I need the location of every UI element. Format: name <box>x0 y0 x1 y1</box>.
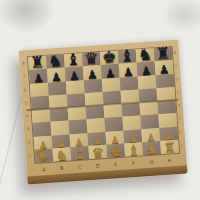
piece-wood-king-e1[interactable]: ♚ <box>109 144 123 159</box>
square-b4[interactable] <box>50 107 69 121</box>
square-c8[interactable]: ♝ <box>64 53 83 67</box>
square-f4[interactable] <box>121 102 140 116</box>
square-a4[interactable] <box>32 109 51 123</box>
square-e1[interactable]: ♚ <box>106 143 125 157</box>
square-f6[interactable] <box>120 76 139 90</box>
rank-label-6: 6 <box>22 83 29 97</box>
square-g8[interactable]: ♞ <box>136 48 155 62</box>
rank-label-2: 2 <box>25 136 32 150</box>
floor-smudge <box>0 0 66 42</box>
square-h8[interactable]: ♜ <box>154 47 173 61</box>
square-e8[interactable]: ♚ <box>100 51 119 65</box>
square-h4[interactable] <box>157 100 176 114</box>
square-c7[interactable]: ♟ <box>65 67 84 81</box>
square-g3[interactable] <box>140 114 159 128</box>
rank-label-3: 3 <box>176 112 183 126</box>
square-a6[interactable] <box>30 82 49 96</box>
square-g4[interactable] <box>139 101 158 115</box>
rank-label-1: 1 <box>178 138 185 152</box>
piece-wood-queen-d1[interactable]: ♛ <box>91 145 105 160</box>
square-d6[interactable] <box>84 79 103 93</box>
chess-board: ♜♞♝♛♚♝♞♜♟♟♟♟♟♟♟♟♟♟♟♟♟♟♟♟♜♞♝♛♚♝♞♜ ABCDEFG… <box>19 40 188 185</box>
square-b8[interactable]: ♞ <box>46 55 65 69</box>
rank-label-5: 5 <box>174 85 181 99</box>
piece-wood-rook-h1[interactable]: ♜ <box>163 140 177 155</box>
square-a8[interactable]: ♜ <box>28 56 47 70</box>
rank-label-4: 4 <box>175 99 182 113</box>
square-e4[interactable] <box>104 104 123 118</box>
square-d4[interactable] <box>86 105 105 119</box>
piece-wood-bishop-f1[interactable]: ♝ <box>127 143 141 158</box>
rank-label-2: 2 <box>177 125 184 139</box>
square-a1[interactable]: ♜ <box>34 148 53 162</box>
square-f7[interactable]: ♟ <box>119 63 138 77</box>
file-label-D: D <box>89 163 107 169</box>
rank-label-4: 4 <box>24 109 31 123</box>
square-b3[interactable] <box>51 121 70 135</box>
square-a7[interactable]: ♟ <box>29 69 48 83</box>
square-d7[interactable]: ♟ <box>83 65 102 79</box>
rank-label-6: 6 <box>173 72 180 86</box>
file-label-C: C <box>71 164 89 170</box>
file-label-A: A <box>35 167 53 173</box>
piece-wood-knight-g1[interactable]: ♞ <box>145 141 159 156</box>
piece-wood-knight-b1[interactable]: ♞ <box>55 148 69 163</box>
square-b7[interactable]: ♟ <box>47 68 66 82</box>
file-label-B: B <box>53 165 71 171</box>
square-g6[interactable] <box>138 75 157 89</box>
rank-label-3: 3 <box>25 122 32 136</box>
square-c3[interactable] <box>69 119 88 133</box>
square-b6[interactable] <box>48 81 67 95</box>
square-f8[interactable]: ♝ <box>118 50 137 64</box>
square-h3[interactable] <box>158 113 177 127</box>
square-e7[interactable]: ♟ <box>101 64 120 78</box>
square-c6[interactable] <box>66 80 85 94</box>
rank-label-7: 7 <box>21 69 28 83</box>
file-label-G: G <box>142 159 160 165</box>
square-b1[interactable]: ♞ <box>52 147 71 161</box>
square-h1[interactable]: ♜ <box>160 140 179 154</box>
square-e6[interactable] <box>102 77 121 91</box>
rank-label-5: 5 <box>23 96 30 110</box>
file-label-E: E <box>107 162 125 168</box>
square-d1[interactable]: ♛ <box>88 145 107 159</box>
square-f3[interactable] <box>122 116 141 130</box>
piece-wood-rook-a1[interactable]: ♜ <box>32 145 52 166</box>
piece-wood-bishop-c1[interactable]: ♝ <box>73 146 87 161</box>
rank-label-8: 8 <box>172 46 179 60</box>
rank-label-7: 7 <box>172 59 179 73</box>
square-f1[interactable]: ♝ <box>124 142 143 156</box>
square-h7[interactable]: ♟ <box>155 60 174 74</box>
photo-scene: ♜♞♝♛♚♝♞♜♟♟♟♟♟♟♟♟♟♟♟♟♟♟♟♟♜♞♝♛♚♝♞♜ ABCDEFG… <box>0 0 200 200</box>
square-e3[interactable] <box>104 117 123 131</box>
floor-smudge <box>150 0 200 40</box>
file-label-F: F <box>125 160 143 166</box>
square-g1[interactable]: ♞ <box>142 141 161 155</box>
rank-label-8: 8 <box>20 56 27 70</box>
square-a3[interactable] <box>33 122 52 136</box>
square-g7[interactable]: ♟ <box>137 62 156 76</box>
square-d8[interactable]: ♛ <box>82 52 101 66</box>
square-c1[interactable]: ♝ <box>70 146 89 160</box>
square-d3[interactable] <box>86 118 105 132</box>
rank-label-1: 1 <box>26 149 33 163</box>
file-label-H: H <box>160 158 178 164</box>
square-h6[interactable] <box>156 73 175 87</box>
square-c4[interactable] <box>68 106 87 120</box>
